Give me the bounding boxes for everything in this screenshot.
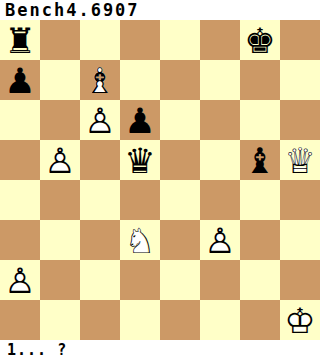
square-h4[interactable] [280, 180, 320, 220]
engine-title: Bench4.6907 [0, 0, 320, 20]
square-g2[interactable] [240, 260, 280, 300]
square-c7[interactable]: ♝♗ [80, 60, 120, 100]
square-e1[interactable] [160, 300, 200, 340]
square-f7[interactable] [200, 60, 240, 100]
square-b3[interactable] [40, 220, 80, 260]
square-b6[interactable] [40, 100, 80, 140]
square-f2[interactable] [200, 260, 240, 300]
square-h3[interactable] [280, 220, 320, 260]
square-g4[interactable] [240, 180, 280, 220]
square-a1[interactable] [0, 300, 40, 340]
piece-white-pawn: ♟♙ [0, 260, 40, 300]
piece-white-king: ♚♔ [280, 300, 320, 340]
square-a6[interactable] [0, 100, 40, 140]
square-f8[interactable] [200, 20, 240, 60]
piece-white-pawn: ♟♙ [80, 100, 120, 140]
square-b7[interactable] [40, 60, 80, 100]
square-b5[interactable]: ♟♙ [40, 140, 80, 180]
piece-black-king: ♚ [240, 20, 280, 60]
square-c5[interactable] [80, 140, 120, 180]
square-g5[interactable]: ♝ [240, 140, 280, 180]
piece-white-pawn: ♟♙ [200, 220, 240, 260]
square-g6[interactable] [240, 100, 280, 140]
square-d3[interactable]: ♞♘ [120, 220, 160, 260]
square-h1[interactable]: ♚♔ [280, 300, 320, 340]
square-a4[interactable] [0, 180, 40, 220]
square-g8[interactable]: ♚ [240, 20, 280, 60]
square-d7[interactable] [120, 60, 160, 100]
square-a5[interactable] [0, 140, 40, 180]
piece-black-pawn: ♟ [120, 100, 160, 140]
square-a8[interactable]: ♜ [0, 20, 40, 60]
square-c6[interactable]: ♟♙ [80, 100, 120, 140]
piece-black-pawn: ♟ [0, 60, 40, 100]
square-c2[interactable] [80, 260, 120, 300]
square-e3[interactable] [160, 220, 200, 260]
square-c4[interactable] [80, 180, 120, 220]
square-h5[interactable]: ♛♕ [280, 140, 320, 180]
square-e7[interactable] [160, 60, 200, 100]
square-d6[interactable]: ♟ [120, 100, 160, 140]
square-b8[interactable] [40, 20, 80, 60]
piece-white-knight: ♞♘ [120, 220, 160, 260]
square-d5[interactable]: ♛ [120, 140, 160, 180]
chess-board: ♜♚♟♝♗♟♙♟♟♙♛♝♛♕♞♘♟♙♟♙♚♔ [0, 20, 320, 340]
square-e5[interactable] [160, 140, 200, 180]
square-g3[interactable] [240, 220, 280, 260]
square-e4[interactable] [160, 180, 200, 220]
square-g7[interactable] [240, 60, 280, 100]
square-h2[interactable] [280, 260, 320, 300]
square-e2[interactable] [160, 260, 200, 300]
square-e8[interactable] [160, 20, 200, 60]
square-b4[interactable] [40, 180, 80, 220]
square-b1[interactable] [40, 300, 80, 340]
square-f6[interactable] [200, 100, 240, 140]
square-b2[interactable] [40, 260, 80, 300]
square-f3[interactable]: ♟♙ [200, 220, 240, 260]
piece-white-bishop: ♝♗ [80, 60, 120, 100]
square-h8[interactable] [280, 20, 320, 60]
piece-black-queen: ♛ [120, 140, 160, 180]
square-h6[interactable] [280, 100, 320, 140]
piece-white-queen: ♛♕ [280, 140, 320, 180]
square-f4[interactable] [200, 180, 240, 220]
square-f5[interactable] [200, 140, 240, 180]
square-d2[interactable] [120, 260, 160, 300]
move-prompt: 1... ? [0, 340, 320, 360]
piece-black-bishop: ♝ [240, 140, 280, 180]
square-c1[interactable] [80, 300, 120, 340]
piece-black-rook: ♜ [0, 20, 40, 60]
square-d1[interactable] [120, 300, 160, 340]
square-f1[interactable] [200, 300, 240, 340]
square-c8[interactable] [80, 20, 120, 60]
square-a7[interactable]: ♟ [0, 60, 40, 100]
square-h7[interactable] [280, 60, 320, 100]
piece-white-pawn: ♟♙ [40, 140, 80, 180]
square-a2[interactable]: ♟♙ [0, 260, 40, 300]
square-a3[interactable] [0, 220, 40, 260]
square-e6[interactable] [160, 100, 200, 140]
square-d4[interactable] [120, 180, 160, 220]
square-c3[interactable] [80, 220, 120, 260]
square-g1[interactable] [240, 300, 280, 340]
square-d8[interactable] [120, 20, 160, 60]
